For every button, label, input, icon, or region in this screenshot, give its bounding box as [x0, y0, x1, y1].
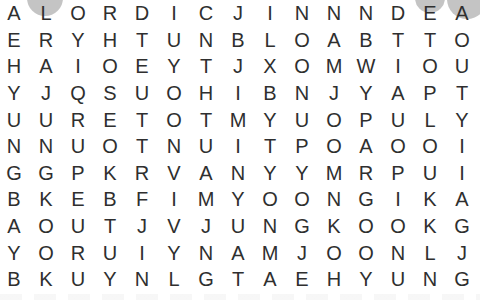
grid-cell-r1c3[interactable]: O [62, 0, 94, 27]
grid-cell-r9c15[interactable]: G [446, 213, 478, 240]
grid-cell-r6c6[interactable]: N [158, 133, 190, 160]
grid-cell-r4c14[interactable]: P [414, 80, 446, 107]
grid-cell-r11c2[interactable]: K [30, 266, 62, 293]
grid-cell-r10c12[interactable]: O [350, 239, 382, 266]
grid-cell-r9c10[interactable]: G [286, 213, 318, 240]
grid-cell-r2c5[interactable]: T [126, 27, 158, 54]
grid-cell-r3c1[interactable]: H [0, 53, 30, 80]
grid-cell-r11c3[interactable]: U [62, 266, 94, 293]
grid-cell-r4c15[interactable]: T [446, 80, 478, 107]
grid-cell-r4c7[interactable]: H [190, 80, 222, 107]
grid-cell-r9c5[interactable]: J [126, 213, 158, 240]
grid-cell-r10c5[interactable]: I [126, 239, 158, 266]
grid-cell-r11c5[interactable]: N [126, 266, 158, 293]
grid-cell-r1c14[interactable]: E [414, 0, 446, 27]
grid-cell-r7c5[interactable]: R [126, 160, 158, 187]
grid-cell-r5c15[interactable]: Y [446, 106, 478, 133]
grid-cell-r11c9[interactable]: A [254, 266, 286, 293]
grid-cell-r6c15[interactable]: I [446, 133, 478, 160]
grid-cell-r8c10[interactable]: O [286, 186, 318, 213]
grid-cell-r9c14[interactable]: K [414, 213, 446, 240]
grid-cell-r9c3[interactable]: U [62, 213, 94, 240]
grid-cell-r8c5[interactable]: F [126, 186, 158, 213]
grid-cell-r8c4[interactable]: B [94, 186, 126, 213]
grid-cell-r7c10[interactable]: Y [286, 160, 318, 187]
grid-cell-r8c2[interactable]: K [30, 186, 62, 213]
grid-cell-r2c6[interactable]: U [158, 27, 190, 54]
grid-cell-r2c8[interactable]: B [222, 27, 254, 54]
grid-cell-r4c12[interactable]: Y [350, 80, 382, 107]
grid-cell-r2c9[interactable]: L [254, 27, 286, 54]
grid-cell-r8c9[interactable]: O [254, 186, 286, 213]
grid-cell-r10c7[interactable]: N [190, 239, 222, 266]
grid-cell-r3c5[interactable]: E [126, 53, 158, 80]
grid-cell-r7c7[interactable]: A [190, 160, 222, 187]
grid-cell-r2c13[interactable]: T [382, 27, 414, 54]
grid-cell-r5c3[interactable]: R [62, 106, 94, 133]
grid-cell-r10c9[interactable]: M [254, 239, 286, 266]
grid-cell-r7c8[interactable]: N [222, 160, 254, 187]
grid-cell-r9c12[interactable]: O [350, 213, 382, 240]
grid-cell-r1c10[interactable]: N [286, 0, 318, 27]
grid-cell-r9c1[interactable]: A [0, 213, 30, 240]
grid-cell-r11c4[interactable]: Y [94, 266, 126, 293]
grid-cell-r11c15[interactable]: G [446, 266, 478, 293]
grid-cell-r7c6[interactable]: V [158, 160, 190, 187]
grid-cell-r2c10[interactable]: O [286, 27, 318, 54]
grid-cell-r9c13[interactable]: O [382, 213, 414, 240]
grid-cell-r4c11[interactable]: J [318, 80, 350, 107]
grid-cell-r10c15[interactable]: J [446, 239, 478, 266]
grid-cell-r1c13[interactable]: D [382, 0, 414, 27]
grid-cell-r3c11[interactable]: M [318, 53, 350, 80]
grid-cell-r6c10[interactable]: P [286, 133, 318, 160]
grid-cell-r6c13[interactable]: O [382, 133, 414, 160]
grid-cell-r9c9[interactable]: N [254, 213, 286, 240]
grid-cell-r10c2[interactable]: O [30, 239, 62, 266]
grid-cell-r6c4[interactable]: O [94, 133, 126, 160]
grid-cell-r3c8[interactable]: J [222, 53, 254, 80]
grid-cell-r2c4[interactable]: H [94, 27, 126, 54]
grid-cell-r1c4[interactable]: R [94, 0, 126, 27]
grid-cell-r1c7[interactable]: C [190, 0, 222, 27]
grid-cell-r2c15[interactable]: O [446, 27, 478, 54]
grid-cell-r1c6[interactable]: I [158, 0, 190, 27]
grid-cell-r7c13[interactable]: P [382, 160, 414, 187]
grid-cell-r9c6[interactable]: V [158, 213, 190, 240]
grid-cell-r2c14[interactable]: T [414, 27, 446, 54]
grid-cell-r3c15[interactable]: U [446, 53, 478, 80]
grid-cell-r4c13[interactable]: A [382, 80, 414, 107]
grid-cell-r4c6[interactable]: O [158, 80, 190, 107]
grid-cell-r9c7[interactable]: J [190, 213, 222, 240]
grid-cell-r5c4[interactable]: E [94, 106, 126, 133]
grid-cell-r6c8[interactable]: I [222, 133, 254, 160]
grid-cell-r5c13[interactable]: U [382, 106, 414, 133]
grid-cell-r4c9[interactable]: B [254, 80, 286, 107]
grid-cell-r11c10[interactable]: E [286, 266, 318, 293]
grid-cell-r6c2[interactable]: N [30, 133, 62, 160]
grid-cell-r7c9[interactable]: Y [254, 160, 286, 187]
grid-cell-r3c3[interactable]: I [62, 53, 94, 80]
grid-cell-r4c5[interactable]: U [126, 80, 158, 107]
grid-cell-r4c8[interactable]: I [222, 80, 254, 107]
grid-cell-r5c14[interactable]: L [414, 106, 446, 133]
grid-cell-r4c10[interactable]: N [286, 80, 318, 107]
grid-cell-r10c11[interactable]: O [318, 239, 350, 266]
grid-cell-r8c6[interactable]: I [158, 186, 190, 213]
grid-cell-r1c2[interactable]: L [30, 0, 62, 27]
grid-cell-r8c12[interactable]: G [350, 186, 382, 213]
grid-cell-r10c14[interactable]: L [414, 239, 446, 266]
grid-cell-r7c12[interactable]: R [350, 160, 382, 187]
grid-cell-r5c12[interactable]: P [350, 106, 382, 133]
grid-cell-r2c1[interactable]: E [0, 27, 30, 54]
grid-cell-r1c1[interactable]: A [0, 0, 30, 27]
grid-cell-r5c2[interactable]: U [30, 106, 62, 133]
grid-cell-r3c9[interactable]: X [254, 53, 286, 80]
grid-cell-r4c2[interactable]: J [30, 80, 62, 107]
grid-cell-r5c5[interactable]: T [126, 106, 158, 133]
grid-cell-r11c11[interactable]: H [318, 266, 350, 293]
grid-cell-r11c6[interactable]: L [158, 266, 190, 293]
grid-cell-r1c11[interactable]: N [318, 0, 350, 27]
grid-cell-r11c7[interactable]: G [190, 266, 222, 293]
grid-cell-r3c12[interactable]: W [350, 53, 382, 80]
grid-cell-r1c9[interactable]: I [254, 0, 286, 27]
grid-cell-r5c11[interactable]: O [318, 106, 350, 133]
grid-cell-r10c6[interactable]: Y [158, 239, 190, 266]
grid-cell-r8c7[interactable]: M [190, 186, 222, 213]
grid-cell-r7c14[interactable]: U [414, 160, 446, 187]
grid-cell-r2c3[interactable]: Y [62, 27, 94, 54]
grid-cell-r5c6[interactable]: O [158, 106, 190, 133]
grid-cell-r11c13[interactable]: U [382, 266, 414, 293]
grid-cell-r3c10[interactable]: O [286, 53, 318, 80]
grid-cell-r8c1[interactable]: B [0, 186, 30, 213]
grid-cell-r6c9[interactable]: T [254, 133, 286, 160]
grid-cell-r3c6[interactable]: Y [158, 53, 190, 80]
grid-cell-r4c3[interactable]: Q [62, 80, 94, 107]
grid-cell-r2c2[interactable]: R [30, 27, 62, 54]
grid-cell-r2c11[interactable]: A [318, 27, 350, 54]
grid-cell-r3c4[interactable]: O [94, 53, 126, 80]
cropped-next-row-hint [0, 294, 480, 300]
grid-cell-r3c13[interactable]: I [382, 53, 414, 80]
grid-cell-r7c2[interactable]: G [30, 160, 62, 187]
grid-cell-r10c1[interactable]: Y [0, 239, 30, 266]
grid-cell-r10c10[interactable]: J [286, 239, 318, 266]
grid-cell-r1c8[interactable]: J [222, 0, 254, 27]
grid-cell-r9c2[interactable]: O [30, 213, 62, 240]
grid-cell-r3c2[interactable]: A [30, 53, 62, 80]
grid-cell-r2c12[interactable]: B [350, 27, 382, 54]
grid-cell-r7c4[interactable]: K [94, 160, 126, 187]
grid-cell-r9c11[interactable]: K [318, 213, 350, 240]
grid-cell-r5c10[interactable]: U [286, 106, 318, 133]
grid-cell-r8c3[interactable]: E [62, 186, 94, 213]
grid-cell-r5c8[interactable]: M [222, 106, 254, 133]
grid-cell-r10c4[interactable]: U [94, 239, 126, 266]
grid-cell-r11c14[interactable]: N [414, 266, 446, 293]
grid-cell-r1c5[interactable]: D [126, 0, 158, 27]
grid-cell-r5c7[interactable]: T [190, 106, 222, 133]
grid-cell-r6c12[interactable]: A [350, 133, 382, 160]
grid-cell-r8c15[interactable]: A [446, 186, 478, 213]
letter-grid: ALORDICJINNNDEAERYHTUNBLOABTTOHAIOEYTJXO… [0, 0, 478, 293]
grid-cell-r8c14[interactable]: K [414, 186, 446, 213]
grid-cell-r1c12[interactable]: N [350, 0, 382, 27]
grid-cell-r11c1[interactable]: B [0, 266, 30, 293]
word-search-board: ALORDICJINNNDEAERYHTUNBLOABTTOHAIOEYTJXO… [0, 0, 480, 300]
grid-cell-r5c9[interactable]: Y [254, 106, 286, 133]
grid-cell-r5c1[interactable]: U [0, 106, 30, 133]
grid-cell-r3c14[interactable]: O [414, 53, 446, 80]
grid-cell-r8c13[interactable]: I [382, 186, 414, 213]
grid-cell-r9c8[interactable]: U [222, 213, 254, 240]
grid-cell-r10c8[interactable]: A [222, 239, 254, 266]
grid-cell-r4c4[interactable]: S [94, 80, 126, 107]
grid-cell-r7c15[interactable]: I [446, 160, 478, 187]
grid-cell-r8c11[interactable]: N [318, 186, 350, 213]
grid-cell-r3c7[interactable]: T [190, 53, 222, 80]
grid-cell-r9c4[interactable]: T [94, 213, 126, 240]
grid-cell-r1c15[interactable]: A [446, 0, 478, 27]
grid-cell-r7c11[interactable]: M [318, 160, 350, 187]
grid-cell-r2c7[interactable]: N [190, 27, 222, 54]
grid-cell-r6c3[interactable]: U [62, 133, 94, 160]
grid-cell-r8c8[interactable]: Y [222, 186, 254, 213]
grid-cell-r6c1[interactable]: N [0, 133, 30, 160]
grid-cell-r6c14[interactable]: O [414, 133, 446, 160]
grid-cell-r6c11[interactable]: O [318, 133, 350, 160]
grid-cell-r6c7[interactable]: U [190, 133, 222, 160]
grid-cell-r11c8[interactable]: T [222, 266, 254, 293]
grid-cell-r11c12[interactable]: Y [350, 266, 382, 293]
grid-cell-r6c5[interactable]: T [126, 133, 158, 160]
grid-cell-r7c1[interactable]: G [0, 160, 30, 187]
grid-cell-r7c3[interactable]: P [62, 160, 94, 187]
grid-cell-r4c1[interactable]: Y [0, 80, 30, 107]
grid-cell-r10c13[interactable]: N [382, 239, 414, 266]
grid-cell-r10c3[interactable]: R [62, 239, 94, 266]
